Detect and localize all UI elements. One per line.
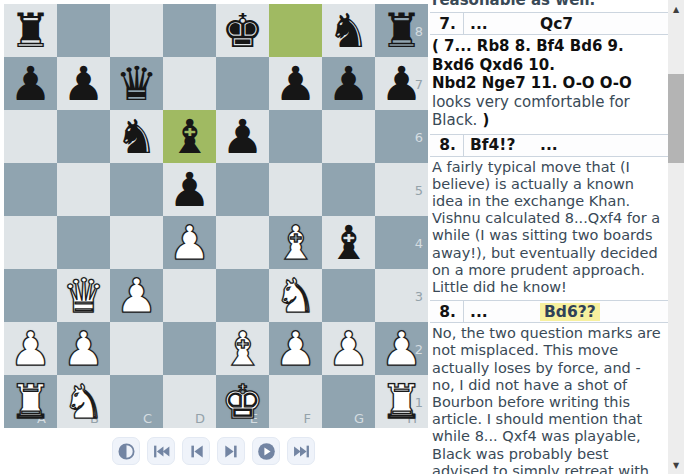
square-b7[interactable]: ♟ [57, 57, 110, 110]
square-d4[interactable]: ♟ [163, 216, 216, 269]
current-move-highlight[interactable]: Bd6?? [540, 303, 600, 321]
playback-controls [112, 437, 315, 465]
rank-label-3: 3 [415, 289, 423, 302]
clipped-comment-text: reasonable as well. [430, 0, 668, 9]
variation-moves[interactable]: Bxd6 Qxd6 10. [432, 56, 555, 74]
square-g2[interactable]: ♟ [322, 322, 375, 375]
square-c4[interactable] [110, 216, 163, 269]
black-pawn-g7[interactable]: ♟ [322, 57, 375, 110]
rank-label-6: 6 [415, 130, 423, 143]
square-h6[interactable]: 6 [375, 110, 428, 163]
play-circle-icon [257, 442, 276, 461]
square-b6[interactable] [57, 110, 110, 163]
white-knight-b1[interactable]: ♞ [57, 375, 110, 428]
square-c7[interactable]: ♛ [110, 57, 163, 110]
square-g7[interactable]: ♟ [322, 57, 375, 110]
square-e7[interactable] [216, 57, 269, 110]
white-king-e1[interactable]: ♚ [216, 375, 269, 428]
square-b5[interactable] [57, 163, 110, 216]
black-move[interactable]: ... [538, 135, 558, 156]
file-label-g: G [354, 412, 364, 425]
white-pawn-d4[interactable]: ♟ [163, 216, 216, 269]
square-b1[interactable]: B♞ [57, 375, 110, 428]
square-f7[interactable]: ♟ [269, 57, 322, 110]
variation-moves[interactable]: ) [477, 111, 489, 129]
square-b3[interactable]: ♛ [57, 269, 110, 322]
white-knight-f3[interactable]: ♞ [269, 269, 322, 322]
autoplay-button[interactable] [252, 437, 280, 465]
white-bishop-f4[interactable]: ♝ [269, 216, 322, 269]
variation-moves[interactable]: ( 7... Rb8 8. Bf4 Bd6 9. [432, 37, 624, 55]
black-pawn-a7[interactable]: ♟ [4, 57, 57, 110]
white-rook-a1[interactable]: ♜ [4, 375, 57, 428]
square-d5[interactable]: ♟ [163, 163, 216, 216]
scrollbar-thumb[interactable] [668, 74, 684, 163]
square-a7[interactable]: ♟ [4, 57, 57, 110]
clipped-comment-line: reasonable as well. [430, 0, 668, 11]
black-bishop-d6[interactable]: ♝ [163, 110, 216, 163]
white-pawn-f2[interactable]: ♟ [269, 322, 322, 375]
black-pawn-f7[interactable]: ♟ [269, 57, 322, 110]
black-move[interactable]: Qc7 [538, 13, 573, 34]
previous-move-button[interactable] [182, 437, 210, 465]
variation-line[interactable]: ( 7... Rb8 8. Bf4 Bd6 9. Bxd6 Qxd6 10. N… [430, 35, 668, 133]
black-move[interactable]: Bd6?? [538, 301, 600, 322]
white-move[interactable]: ... [464, 301, 538, 322]
square-c2[interactable] [110, 322, 163, 375]
white-bishop-e2[interactable]: ♝ [216, 322, 269, 375]
step-forward-icon [223, 443, 240, 460]
black-knight-c6[interactable]: ♞ [110, 110, 163, 163]
square-a3[interactable] [4, 269, 57, 322]
square-a1[interactable]: A♜ [4, 375, 57, 428]
square-f4[interactable]: ♝ [269, 216, 322, 269]
square-e3[interactable] [216, 269, 269, 322]
square-e2[interactable]: ♝ [216, 322, 269, 375]
square-c6[interactable]: ♞ [110, 110, 163, 163]
next-move-button[interactable] [217, 437, 245, 465]
move-row: 7....Qc7 [430, 12, 668, 35]
square-c1[interactable]: C [110, 375, 163, 428]
rank-label-4: 4 [415, 236, 423, 249]
first-move-button[interactable] [147, 437, 175, 465]
white-pawn-b2[interactable]: ♟ [57, 322, 110, 375]
black-knight-g8[interactable]: ♞ [322, 4, 375, 57]
variation-text: looks very comfortable for [432, 93, 630, 111]
move-number: 8. [430, 301, 464, 322]
square-c8[interactable] [110, 4, 163, 57]
white-pawn-c3[interactable]: ♟ [110, 269, 163, 322]
chess-board: ♜♚♞8♜♟♟♛♟♟7♟♞♝♟6♟5♟♝♝4♛♟♞3♟♟♝♟♟2♟A♜B♞CDE… [4, 4, 428, 428]
square-a2[interactable]: ♟ [4, 322, 57, 375]
move-row: 8.Bf4!?... [430, 134, 668, 157]
square-e1[interactable]: E♚ [216, 375, 269, 428]
square-g8[interactable]: ♞ [322, 4, 375, 57]
black-king-e8[interactable]: ♚ [216, 4, 269, 57]
white-move[interactable]: ... [464, 13, 538, 34]
square-d6[interactable]: ♝ [163, 110, 216, 163]
square-g5[interactable] [322, 163, 375, 216]
square-e4[interactable] [216, 216, 269, 269]
square-c3[interactable]: ♟ [110, 269, 163, 322]
square-h3[interactable]: 3 [375, 269, 428, 322]
variation-moves[interactable]: Nbd2 Nge7 11. O-O O-O [432, 74, 632, 92]
square-g6[interactable] [322, 110, 375, 163]
square-f8[interactable] [269, 4, 322, 57]
square-g1[interactable]: G [322, 375, 375, 428]
white-pawn-a2[interactable]: ♟ [4, 322, 57, 375]
white-pawn-h2[interactable]: ♟ [375, 322, 428, 375]
flip-board-button[interactable] [112, 437, 140, 465]
square-a6[interactable] [4, 110, 57, 163]
skip-end-icon [293, 443, 310, 460]
square-b8[interactable] [57, 4, 110, 57]
square-h5[interactable]: 5 [375, 163, 428, 216]
square-h4[interactable]: 4 [375, 216, 428, 269]
square-e6[interactable]: ♟ [216, 110, 269, 163]
rank-label-5: 5 [415, 183, 423, 196]
move-number: 7. [430, 13, 464, 34]
half-circle-icon [118, 443, 135, 460]
square-f6[interactable] [269, 110, 322, 163]
white-move[interactable]: Bf4!? [464, 135, 538, 156]
square-e8[interactable]: ♚ [216, 4, 269, 57]
square-h1[interactable]: H1♜ [375, 375, 428, 428]
square-g4[interactable]: ♝ [322, 216, 375, 269]
square-f2[interactable]: ♟ [269, 322, 322, 375]
black-pawn-e6[interactable]: ♟ [216, 110, 269, 163]
square-h8[interactable]: 8♜ [375, 4, 428, 57]
last-move-button[interactable] [287, 437, 315, 465]
square-b4[interactable] [57, 216, 110, 269]
square-f5[interactable] [269, 163, 322, 216]
notation-panel: reasonable as well. 7....Qc7( 7... Rb8 8… [430, 0, 684, 474]
square-e5[interactable] [216, 163, 269, 216]
white-pawn-g2[interactable]: ♟ [322, 322, 375, 375]
black-rook-h8[interactable]: ♜ [375, 4, 428, 57]
file-label-c: C [143, 412, 152, 425]
variation-text: Black. [432, 111, 477, 129]
black-pawn-h7[interactable]: ♟ [375, 57, 428, 110]
move-number: 8. [430, 135, 464, 156]
square-d2[interactable] [163, 322, 216, 375]
square-a8[interactable]: ♜ [4, 4, 57, 57]
square-g3[interactable] [322, 269, 375, 322]
square-f1[interactable]: F [269, 375, 322, 428]
notation-items: 7....Qc7( 7... Rb8 8. Bf4 Bd6 9. Bxd6 Qx… [430, 12, 668, 474]
square-a5[interactable] [4, 163, 57, 216]
move-row: 8....Bd6?? [430, 300, 668, 323]
square-b2[interactable]: ♟ [57, 322, 110, 375]
square-d1[interactable]: D [163, 375, 216, 428]
file-label-d: D [195, 412, 205, 425]
black-pawn-d5[interactable]: ♟ [163, 163, 216, 216]
black-queen-c7[interactable]: ♛ [110, 57, 163, 110]
scrollbar[interactable]: ▲ ▼ [668, 0, 684, 474]
black-rook-a8[interactable]: ♜ [4, 4, 57, 57]
white-rook-h1[interactable]: ♜ [375, 375, 428, 428]
scroll-up-icon[interactable]: ▲ [668, 2, 684, 16]
square-h7[interactable]: 7♟ [375, 57, 428, 110]
scroll-down-icon[interactable]: ▼ [668, 458, 684, 472]
annotation-comment: No, the two question marks are not mispl… [430, 323, 668, 474]
square-f3[interactable]: ♞ [269, 269, 322, 322]
notation-content: reasonable as well. 7....Qc7( 7... Rb8 8… [430, 0, 668, 474]
skip-start-icon [153, 443, 170, 460]
black-pawn-b7[interactable]: ♟ [57, 57, 110, 110]
step-back-icon [188, 443, 205, 460]
square-d3[interactable] [163, 269, 216, 322]
annotation-comment: A fairly typical move that (I believe) i… [430, 157, 668, 300]
file-label-f: F [304, 412, 311, 425]
white-queen-b3[interactable]: ♛ [57, 269, 110, 322]
square-h2[interactable]: 2♟ [375, 322, 428, 375]
square-a4[interactable] [4, 216, 57, 269]
square-d8[interactable] [163, 4, 216, 57]
square-c5[interactable] [110, 163, 163, 216]
black-bishop-g4[interactable]: ♝ [322, 216, 375, 269]
square-d7[interactable] [163, 57, 216, 110]
